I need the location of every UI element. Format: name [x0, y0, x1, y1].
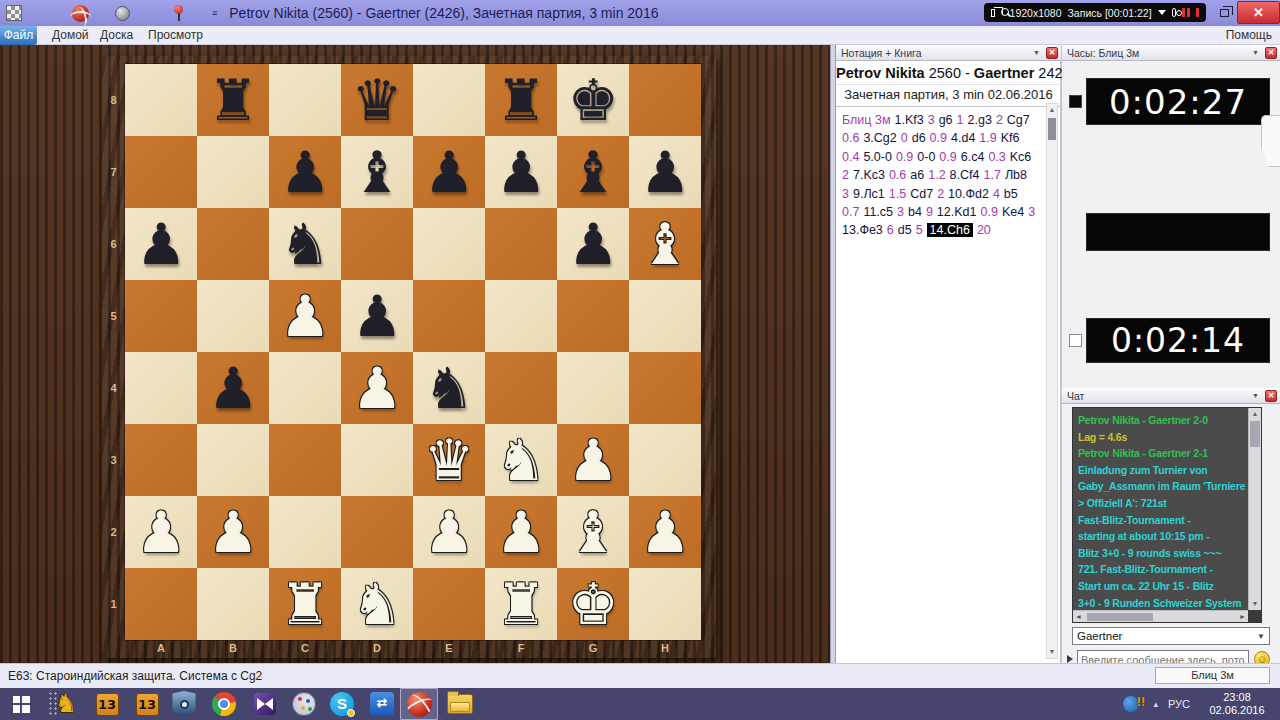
clock-menu-caret-icon[interactable]: ▼	[1252, 49, 1259, 56]
rank-label-5: 5	[102, 280, 125, 352]
white-clock-indicator[interactable]	[1069, 334, 1082, 347]
move-time: 3	[928, 113, 935, 127]
chessbase-13-icon: 13	[96, 693, 119, 716]
chrome-icon	[212, 692, 236, 716]
white-clock-display: 0:02:14	[1086, 318, 1270, 363]
rocket-league-app-button[interactable]	[164, 688, 204, 720]
tray-expand-icon[interactable]: ▴	[1153, 699, 1158, 709]
move-time: 1.9	[979, 131, 996, 145]
square-c5[interactable]: ♟	[269, 280, 341, 352]
recorder-stop-button[interactable]	[1196, 8, 1199, 17]
chat-line: Lag = 4.6s	[1078, 429, 1243, 446]
piece-black-pawn[interactable]: ♟	[135, 208, 186, 280]
square-b4[interactable]: ♟	[197, 352, 269, 424]
square-a8[interactable]	[125, 64, 197, 136]
taskbar: ♞ 13 13 S ⇄	[0, 688, 1280, 720]
chessbase-13-icon-2: 13	[136, 693, 159, 716]
piece-black-pawn[interactable]: ♟	[639, 136, 690, 208]
move-token[interactable]: Лb8	[1005, 168, 1027, 182]
square-c3[interactable]	[269, 424, 341, 496]
square-e2[interactable]: ♟	[413, 496, 485, 568]
chat-messages: Petrov Nikita - Gaertner 2-0Lag = 4.6sPe…	[1073, 408, 1248, 610]
chat-panel-title: Чат	[1062, 390, 1252, 402]
app-logo-icon[interactable]	[72, 5, 89, 22]
rank-label-2: 2	[102, 496, 125, 568]
recorder-pause-button[interactable]	[1182, 8, 1190, 17]
rank-label-1: 1	[102, 568, 125, 640]
notification-icon[interactable]: !!	[1123, 694, 1143, 714]
chat-line: Petrov Nikita - Gaertner 2-0	[1078, 412, 1243, 429]
file-label-g: G	[557, 640, 629, 658]
piece-black-pawn[interactable]: ♟	[279, 136, 330, 208]
recorder-camera-icon[interactable]	[1172, 8, 1177, 17]
chess-knight-app-button[interactable]: ♞	[46, 688, 86, 720]
move-time: 1	[957, 113, 964, 127]
piece-black-king[interactable]: ♚	[567, 64, 618, 136]
file-label-a: A	[125, 640, 197, 658]
square-h3[interactable]	[629, 424, 701, 496]
piece-black-pawn[interactable]: ♟	[207, 352, 258, 424]
square-b8[interactable]: ♜	[197, 64, 269, 136]
pin-icon[interactable]	[172, 5, 184, 22]
move-time: 0.9	[896, 150, 913, 164]
chevron-down-icon: ▼	[1257, 632, 1265, 641]
square-a6[interactable]: ♟	[125, 208, 197, 280]
paint-app-button[interactable]	[284, 688, 324, 720]
rank-labels: 87654321	[102, 64, 125, 640]
move-time: 2	[937, 187, 944, 201]
chat-line: 3+0 - 9 Runden Schweizer System	[1078, 595, 1243, 610]
file-label-f: F	[485, 640, 557, 658]
square-h2[interactable]: ♟	[629, 496, 701, 568]
board-background: 87654321 ♜♛♜♚♟♝♟♟♝♟♟♞♟♝♟♟♟♟♞♛♞♟♟♟♟♟♝♟♜♞♜…	[0, 45, 832, 663]
square-a1[interactable]	[125, 568, 197, 640]
move-token[interactable]: 14.Ch6	[927, 223, 973, 237]
move-token[interactable]: 9.Лc1	[853, 187, 885, 201]
square-a2[interactable]: ♟	[125, 496, 197, 568]
move-time: 3	[897, 205, 904, 219]
square-d2[interactable]	[341, 496, 413, 568]
menu-view[interactable]: Просмотр	[148, 26, 203, 45]
move-token[interactable]: 8.Cf4	[950, 168, 980, 182]
board-frame: 87654321 ♜♛♜♚♟♝♟♟♝♟♟♞♟♝♟♟♟♟♞♛♞♟♟♟♟♟♝♟♜♞♜…	[102, 56, 716, 658]
square-g1[interactable]: ♚	[557, 568, 629, 640]
move-time: 0.7	[842, 205, 859, 219]
media-player-icon	[254, 693, 276, 715]
white-player-name: Petrov Nikita	[836, 65, 925, 81]
board[interactable]: ♜♛♜♚♟♝♟♟♝♟♟♞♟♝♟♟♟♟♞♛♞♟♟♟♟♟♝♟♜♞♜♚	[125, 64, 701, 640]
skype-app-button[interactable]: S	[322, 688, 362, 720]
chat-vertical-thumb[interactable]	[1250, 421, 1260, 447]
square-d5[interactable]: ♟	[341, 280, 413, 352]
chat-scroll-right-icon[interactable]: ►	[1239, 613, 1246, 620]
file-label-e: E	[413, 640, 485, 658]
square-h7[interactable]: ♟	[629, 136, 701, 208]
move-token[interactable]: Kc6	[1010, 150, 1032, 164]
chat-recipient-value: Gaertner	[1077, 630, 1257, 642]
black-player-name: Gaertner	[974, 65, 1034, 81]
square-b2[interactable]: ♟	[197, 496, 269, 568]
piece-black-pawn[interactable]: ♟	[567, 208, 618, 280]
move-token[interactable]: Ke4	[1002, 205, 1024, 219]
menu-home[interactable]: Домой	[52, 26, 89, 45]
recorder-zoom-icon[interactable]	[1001, 8, 1004, 17]
chat-scroll-corner	[1248, 610, 1261, 622]
square-g2[interactable]: ♝	[557, 496, 629, 568]
system-tray: !! ▴ РУС 23:08 02.06.2016	[1123, 688, 1280, 720]
piece-white-bishop[interactable]: ♝	[639, 208, 690, 280]
square-c6[interactable]: ♞	[269, 208, 341, 280]
window-close-button[interactable]: ✕	[1237, 1, 1280, 24]
move-token[interactable]: d5	[898, 223, 912, 237]
square-f8[interactable]: ♜	[485, 64, 557, 136]
square-h5[interactable]	[629, 280, 701, 352]
chat-scroll-down-icon[interactable]: ▼	[1249, 598, 1261, 610]
square-g8[interactable]: ♚	[557, 64, 629, 136]
square-e4[interactable]: ♞	[413, 352, 485, 424]
menu-help[interactable]: Помощь	[1226, 26, 1272, 45]
move-token[interactable]: 10.Фd2	[948, 187, 989, 201]
square-d6[interactable]	[341, 208, 413, 280]
square-a5[interactable]	[125, 280, 197, 352]
shield-icon	[172, 691, 196, 717]
square-b7[interactable]	[197, 136, 269, 208]
recorder-status: Запись [00:01:22]	[1068, 7, 1152, 19]
explorer-app-button[interactable]	[440, 688, 480, 720]
move-token[interactable]: Cg7	[1007, 113, 1030, 127]
white-player-elo: 2560	[929, 65, 961, 81]
piece-white-king[interactable]: ♚	[567, 568, 618, 640]
recorder-resolution: 1920x1080	[1010, 7, 1062, 19]
chess-planet-icon	[407, 692, 432, 717]
game-mode-badge: Блиц 3м	[1155, 667, 1270, 684]
quick-access-toolbar: ≡	[0, 5, 217, 22]
square-e6[interactable]	[413, 208, 485, 280]
start-button[interactable]	[2, 688, 40, 720]
move-time: 0.9	[939, 150, 956, 164]
square-g7[interactable]: ♝	[557, 136, 629, 208]
opening-name: Е63: Староиндийская защита. Система с Cg…	[8, 669, 262, 683]
move-token[interactable]: d6	[912, 131, 926, 145]
move-time: 2	[842, 168, 849, 182]
chat-line: 721. Fast-Blitz-Tournament -	[1078, 561, 1243, 578]
piece-white-knight[interactable]: ♞	[351, 568, 402, 640]
move-token[interactable]: b4	[908, 205, 922, 219]
notation-panel-header: Нотация + Книга ▼ ✕	[836, 45, 1061, 61]
scroll-up-icon[interactable]: ▲	[1047, 104, 1057, 116]
move-time: 0.9	[930, 131, 947, 145]
chessbase13-app-button-2[interactable]: 13	[128, 688, 166, 720]
piece-white-pawn[interactable]: ♟	[279, 280, 330, 352]
square-f5[interactable]	[485, 280, 557, 352]
move-token[interactable]: 3.Cg2	[863, 131, 896, 145]
rank-label-7: 7	[102, 136, 125, 208]
board-checker-icon[interactable]	[6, 5, 22, 21]
piece-black-rook[interactable]: ♜	[207, 64, 258, 136]
move-time: 3	[842, 187, 849, 201]
move-token[interactable]: a6	[910, 168, 924, 182]
chat-line: Start um ca. 22 Uhr 15 - Blitz	[1078, 578, 1243, 595]
players-line: Petrov Nikita 2560 - Gaertner 2426	[836, 65, 1061, 81]
clock-panel-header: Часы: Блиц 3м ▼ ✕	[1062, 45, 1280, 61]
piece-white-pawn[interactable]: ♟	[207, 496, 258, 568]
notation-panel-title: Нотация + Книга	[836, 47, 1033, 59]
window-restore-button[interactable]	[1214, 4, 1234, 21]
tray-time: 23:08	[1200, 691, 1274, 704]
piece-black-knight[interactable]: ♞	[279, 208, 330, 280]
notation-menu-caret-icon[interactable]: ▼	[1033, 49, 1040, 56]
file-label-b: B	[197, 640, 269, 658]
notation-close-icon[interactable]: ✕	[1046, 47, 1058, 59]
piece-white-pawn[interactable]: ♟	[423, 496, 474, 568]
chat-line: Blitz 3+0 - 9 rounds swiss ~~~	[1078, 545, 1243, 562]
chat-line: Petrov Nikita - Gaertner 2-1	[1078, 445, 1243, 462]
folder-icon	[447, 694, 473, 714]
move-time: 0.3	[988, 150, 1005, 164]
square-d3[interactable]	[341, 424, 413, 496]
square-f1[interactable]: ♜	[485, 568, 557, 640]
app-window: ≡ Petrov Nikita (2560) - Gaertner (2426)…	[0, 0, 1280, 720]
square-a4[interactable]	[125, 352, 197, 424]
square-h6[interactable]: ♝	[629, 208, 701, 280]
rank-label-3: 3	[102, 424, 125, 496]
move-time: 4	[993, 187, 1000, 201]
piece-white-rook[interactable]: ♜	[279, 568, 330, 640]
chat-menu-caret-icon[interactable]: ▼	[1252, 392, 1259, 399]
knight-icon: ♞	[55, 690, 77, 718]
chat-line: starting at about 10:15 pm -	[1078, 528, 1243, 545]
side-tab-flap[interactable]	[1261, 115, 1280, 167]
notation-scroll-thumb[interactable]	[1048, 118, 1056, 140]
language-indicator[interactable]: РУС	[1168, 698, 1190, 710]
piece-black-bishop[interactable]: ♝	[567, 136, 618, 208]
square-b6[interactable]	[197, 208, 269, 280]
square-f3[interactable]: ♞	[485, 424, 557, 496]
move-time: 0.6	[889, 168, 906, 182]
piece-black-bishop[interactable]: ♝	[351, 136, 402, 208]
square-d7[interactable]: ♝	[341, 136, 413, 208]
rank-label-4: 4	[102, 352, 125, 424]
tray-date: 02.06.2016	[1200, 704, 1274, 717]
square-d1[interactable]: ♞	[341, 568, 413, 640]
square-g3[interactable]: ♟	[557, 424, 629, 496]
file-label-d: D	[341, 640, 413, 658]
piece-black-rook[interactable]: ♜	[495, 64, 546, 136]
square-f7[interactable]: ♟	[485, 136, 557, 208]
square-f6[interactable]	[485, 208, 557, 280]
file-labels: ABCDEFGH	[125, 640, 701, 658]
move-time: 0	[901, 131, 908, 145]
globe-icon[interactable]	[115, 6, 130, 21]
file-label-c: C	[269, 640, 341, 658]
move-time: 1.2	[928, 168, 945, 182]
square-e7[interactable]: ♟	[413, 136, 485, 208]
tray-clock[interactable]: 23:08 02.06.2016	[1200, 691, 1274, 717]
square-e1[interactable]	[413, 568, 485, 640]
windows-logo-icon	[13, 696, 30, 713]
players-separator: -	[965, 65, 970, 81]
move-token[interactable]: 5.0-0	[863, 150, 892, 164]
menu-bar: Файл Домой Доска Просмотр Помощь	[0, 26, 1280, 45]
move-token[interactable]: 12.Kd1	[937, 205, 977, 219]
move-time: 0.6	[842, 131, 859, 145]
chat-recipient-select[interactable]: Gaertner ▼	[1072, 627, 1270, 645]
square-d4[interactable]: ♟	[341, 352, 413, 424]
square-a7[interactable]	[125, 136, 197, 208]
piece-white-pawn[interactable]: ♟	[135, 496, 186, 568]
clock-close-icon[interactable]: ✕	[1265, 47, 1277, 59]
move-list: Блиц 3м1.Kf33g612.g32Cg70.63.Cg20d60.94.…	[842, 111, 1042, 240]
piece-white-pawn[interactable]: ♟	[351, 352, 402, 424]
piece-white-pawn[interactable]: ♟	[495, 496, 546, 568]
game-mode-label: Блиц 3м	[842, 113, 891, 127]
chat-line: > Offiziell A': 721st	[1078, 495, 1243, 512]
move-token[interactable]: 1.Kf3	[895, 113, 924, 127]
move-time: 1.7	[984, 168, 1001, 182]
piece-black-knight[interactable]: ♞	[423, 352, 474, 424]
square-e8[interactable]	[413, 64, 485, 136]
move-token[interactable]: g6	[939, 113, 953, 127]
piece-white-bishop[interactable]: ♝	[567, 496, 618, 568]
chat-line: Einladung zum Turnier von	[1078, 462, 1243, 479]
square-e5[interactable]	[413, 280, 485, 352]
square-h1[interactable]	[629, 568, 701, 640]
move-time-display	[1086, 213, 1270, 251]
window-title: Petrov Nikita (2560) - Gaertner (2426), …	[229, 5, 658, 21]
square-a3[interactable]	[125, 424, 197, 496]
piece-black-pawn[interactable]: ♟	[495, 136, 546, 208]
chessbase13-app-button[interactable]: 13	[88, 688, 126, 720]
recorder-dropdown-icon[interactable]	[1158, 10, 1166, 15]
chat-line: Gaby_Assmann im Raum 'Turniere	[1078, 478, 1243, 495]
piece-black-queen[interactable]: ♛	[351, 64, 402, 136]
skype-icon: S	[330, 692, 354, 716]
notation-scrollbar[interactable]: ▲ ▼	[1046, 103, 1058, 659]
file-label-h: H	[629, 640, 701, 658]
chat-panel-header: Чат ▼ ✕	[1062, 388, 1280, 404]
chat-scroll-up-icon[interactable]: ▲	[1249, 408, 1261, 420]
move-token[interactable]: Cd7	[910, 187, 933, 201]
chat-close-icon[interactable]: ✕	[1265, 390, 1277, 402]
square-g4[interactable]	[557, 352, 629, 424]
notation-panel: Нотация + Книга ▼ ✕ Petrov Nikita 2560 -…	[835, 45, 1060, 663]
event-line: Зачетная партия, 3 min 02.06.2016	[836, 84, 1061, 102]
black-clock-indicator[interactable]	[1069, 95, 1082, 108]
piece-white-rook[interactable]: ♜	[495, 568, 546, 640]
move-token[interactable]: 6.c4	[961, 150, 985, 164]
move-time: 6	[887, 223, 894, 237]
square-f4[interactable]	[485, 352, 557, 424]
chat-scroll-left-icon[interactable]: ◄	[1075, 613, 1082, 620]
piece-white-knight[interactable]: ♞	[495, 424, 546, 496]
square-b5[interactable]	[197, 280, 269, 352]
square-g6[interactable]: ♟	[557, 208, 629, 280]
move-token[interactable]: 0-0	[917, 150, 935, 164]
paint-palette-icon	[292, 692, 316, 716]
square-c7[interactable]: ♟	[269, 136, 341, 208]
square-h8[interactable]	[629, 64, 701, 136]
send-arrow-icon[interactable]	[1067, 655, 1073, 663]
chat-box: Petrov Nikita - Gaertner 2-0Lag = 4.6sPe…	[1072, 407, 1262, 623]
chat-horizontal-scrollbar[interactable]: ◄ ►	[1073, 610, 1248, 622]
chat-horizontal-thumb[interactable]	[1087, 613, 1153, 621]
square-b1[interactable]	[197, 568, 269, 640]
chrome-app-button[interactable]	[204, 688, 244, 720]
piece-white-pawn[interactable]: ♟	[639, 496, 690, 568]
rank-label-6: 6	[102, 208, 125, 280]
square-e3[interactable]: ♛	[413, 424, 485, 496]
piece-white-pawn[interactable]: ♟	[567, 424, 618, 496]
piece-black-pawn[interactable]: ♟	[423, 136, 474, 208]
square-c1[interactable]: ♜	[269, 568, 341, 640]
square-c4[interactable]	[269, 352, 341, 424]
move-time: 0.4	[842, 150, 859, 164]
move-time: 5	[916, 223, 923, 237]
move-time: 20	[977, 223, 991, 237]
chess-app-button-active[interactable]	[400, 688, 438, 720]
clock-panel-title: Часы: Блиц 3м	[1062, 47, 1252, 59]
menu-board[interactable]: Доска	[100, 26, 133, 45]
chat-vertical-scrollbar[interactable]: ▲ ▼	[1248, 408, 1261, 610]
toolbar-menu-icon[interactable]: ≡	[212, 9, 217, 18]
move-token[interactable]: 11.c5	[863, 205, 893, 219]
right-panel: Часы: Блиц 3м ▼ ✕ 0:02:27 0:02:14 Чат ▼ …	[1062, 45, 1280, 663]
square-h4[interactable]	[629, 352, 701, 424]
menu-file[interactable]: Файл	[0, 26, 37, 45]
square-c2[interactable]	[269, 496, 341, 568]
media-player-app-button[interactable]	[246, 688, 284, 720]
square-c8[interactable]	[269, 64, 341, 136]
move-token[interactable]: 4.d4	[951, 131, 975, 145]
rank-label-8: 8	[102, 64, 125, 136]
move-token[interactable]: Kf6	[1001, 131, 1020, 145]
move-token[interactable]: b5	[1004, 187, 1018, 201]
status-bar: Е63: Староиндийская защита. Система с Cg…	[0, 663, 1280, 688]
teamviewer-icon: ⇄	[370, 692, 394, 716]
move-token[interactable]: 13.Фе3	[842, 223, 883, 237]
teamviewer-app-button[interactable]: ⇄	[362, 688, 402, 720]
move-token[interactable]: 2.g3	[968, 113, 992, 127]
move-time: 9	[926, 205, 933, 219]
move-time: 2	[996, 113, 1003, 127]
square-b3[interactable]	[197, 424, 269, 496]
black-clock-display: 0:02:27	[1086, 78, 1270, 125]
move-token[interactable]: 7.Kc3	[853, 168, 885, 182]
piece-black-pawn[interactable]: ♟	[351, 280, 402, 352]
square-f2[interactable]: ♟	[485, 496, 557, 568]
move-time: 0.9	[980, 205, 997, 219]
recorder-window-icon[interactable]	[991, 9, 995, 17]
move-time: 3	[1028, 205, 1035, 219]
screen-recorder-bar: 1920x1080 Запись [00:01:22]	[984, 3, 1206, 22]
chat-line: Fast-Blitz-Tournament -	[1078, 512, 1243, 529]
game-header: Petrov Nikita 2560 - Gaertner 2426 Зачет…	[836, 62, 1061, 107]
move-time: 1.5	[889, 187, 906, 201]
square-d8[interactable]: ♛	[341, 64, 413, 136]
piece-white-queen[interactable]: ♛	[423, 424, 474, 496]
square-g5[interactable]	[557, 280, 629, 352]
scroll-down-icon[interactable]: ▼	[1047, 646, 1057, 658]
